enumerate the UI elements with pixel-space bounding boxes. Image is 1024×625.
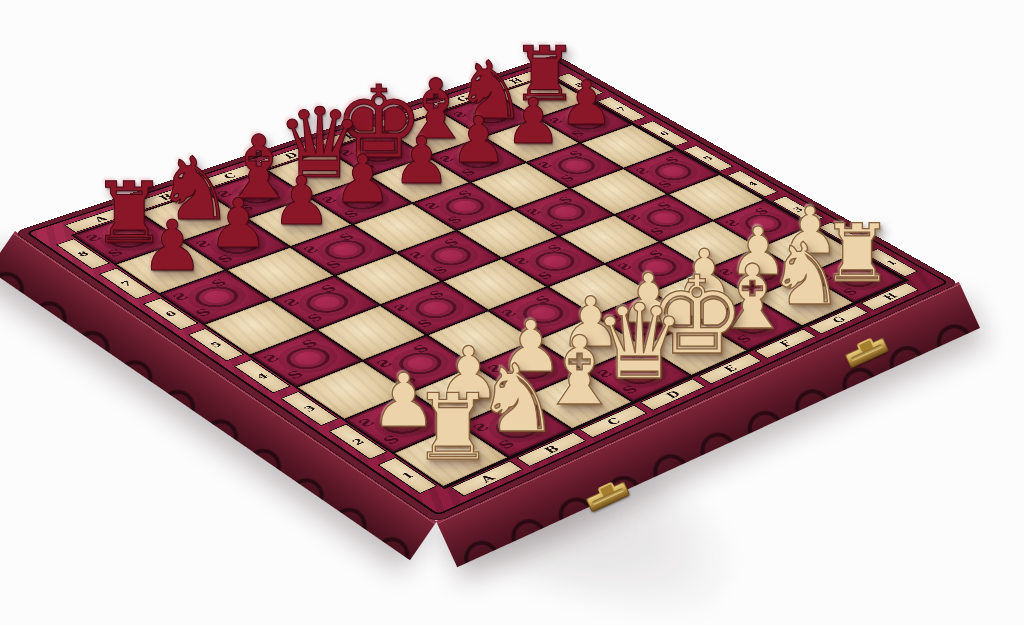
piece-red-pawn-g7[interactable]: ♟ bbox=[505, 90, 561, 153]
piece-red-pawn-a7[interactable]: ♟ bbox=[141, 211, 204, 281]
piece-red-pawn-e7[interactable]: ♟ bbox=[392, 128, 450, 193]
piece-red-pawn-f7[interactable]: ♟ bbox=[450, 108, 507, 172]
piece-red-pawn-c7[interactable]: ♟ bbox=[271, 168, 331, 235]
board-scene: AA88BB77CC66DD55EE44FF33GG22HH11 ♜♞♝♛♚♝♞… bbox=[0, 0, 1024, 625]
piece-red-pawn-d7[interactable]: ♟ bbox=[333, 147, 392, 213]
piece-red-pawn-h7[interactable]: ♟ bbox=[559, 73, 614, 134]
piece-cream-rook-a1[interactable]: ♜ bbox=[412, 383, 494, 474]
piece-red-pawn-b7[interactable]: ♟ bbox=[208, 190, 269, 258]
